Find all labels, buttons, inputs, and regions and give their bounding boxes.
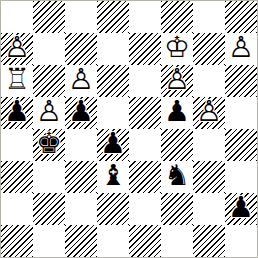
square-f1[interactable] bbox=[161, 225, 193, 257]
black-pawn-h2[interactable]: ♟♟ bbox=[225, 193, 257, 225]
pawn-icon: ♙ bbox=[68, 65, 94, 94]
black-bishop-d3[interactable]: ♝♝ bbox=[97, 161, 129, 193]
square-f5[interactable]: ♟♟ bbox=[161, 97, 193, 129]
pawn-icon: ♟ bbox=[100, 129, 126, 158]
pawn-icon: ♙ bbox=[36, 97, 62, 126]
black-pawn-f5[interactable]: ♟♟ bbox=[161, 97, 193, 129]
chess-board: ♟♙♚♔♟♙♜♖♟♙♟♙♟♟♟♙♟♟♟♟♟♙♚♚♟♟♝♝♞♞♟♟ bbox=[0, 0, 258, 258]
square-d1[interactable] bbox=[97, 225, 129, 257]
square-d7[interactable] bbox=[97, 33, 129, 65]
square-a4[interactable] bbox=[1, 129, 33, 161]
white-pawn-f6[interactable]: ♟♙ bbox=[161, 65, 193, 97]
square-c8[interactable] bbox=[65, 1, 97, 33]
white-pawn-h7[interactable]: ♟♙ bbox=[225, 33, 257, 65]
square-f8[interactable] bbox=[161, 1, 193, 33]
rook-icon: ♖ bbox=[4, 65, 30, 94]
black-pawn-d4[interactable]: ♟♟ bbox=[97, 129, 129, 161]
square-h8[interactable] bbox=[225, 1, 257, 33]
square-b7[interactable] bbox=[33, 33, 65, 65]
square-b2[interactable] bbox=[33, 193, 65, 225]
square-g2[interactable] bbox=[193, 193, 225, 225]
square-a1[interactable] bbox=[1, 225, 33, 257]
square-f4[interactable] bbox=[161, 129, 193, 161]
square-c5[interactable]: ♟♟ bbox=[65, 97, 97, 129]
white-pawn-c6[interactable]: ♟♙ bbox=[65, 65, 97, 97]
pawn-icon: ♙ bbox=[228, 33, 254, 62]
black-king-b4[interactable]: ♚♚ bbox=[33, 129, 65, 161]
square-c3[interactable] bbox=[65, 161, 97, 193]
square-a6[interactable]: ♜♖ bbox=[1, 65, 33, 97]
square-d6[interactable] bbox=[97, 65, 129, 97]
white-pawn-b5[interactable]: ♟♙ bbox=[33, 97, 65, 129]
square-c7[interactable] bbox=[65, 33, 97, 65]
square-a3[interactable] bbox=[1, 161, 33, 193]
square-h2[interactable]: ♟♟ bbox=[225, 193, 257, 225]
pawn-icon: ♟ bbox=[228, 193, 254, 222]
square-g1[interactable] bbox=[193, 225, 225, 257]
square-b8[interactable] bbox=[33, 1, 65, 33]
pawn-icon: ♙ bbox=[4, 33, 30, 62]
bishop-icon: ♝ bbox=[100, 161, 126, 190]
pawn-icon: ♟ bbox=[164, 97, 190, 126]
pawn-icon: ♟ bbox=[68, 97, 94, 126]
square-h4[interactable] bbox=[225, 129, 257, 161]
square-g5[interactable]: ♟♙ bbox=[193, 97, 225, 129]
square-d8[interactable] bbox=[97, 1, 129, 33]
square-b4[interactable]: ♚♚ bbox=[33, 129, 65, 161]
square-f6[interactable]: ♟♙ bbox=[161, 65, 193, 97]
square-a2[interactable] bbox=[1, 193, 33, 225]
pawn-icon: ♙ bbox=[196, 97, 222, 126]
white-pawn-g5[interactable]: ♟♙ bbox=[193, 97, 225, 129]
square-h3[interactable] bbox=[225, 161, 257, 193]
square-c4[interactable] bbox=[65, 129, 97, 161]
black-knight-f3[interactable]: ♞♞ bbox=[161, 161, 193, 193]
square-a7[interactable]: ♟♙ bbox=[1, 33, 33, 65]
white-rook-a6[interactable]: ♜♖ bbox=[1, 65, 33, 97]
black-pawn-a5[interactable]: ♟♟ bbox=[1, 97, 33, 129]
square-e5[interactable] bbox=[129, 97, 161, 129]
square-b5[interactable]: ♟♙ bbox=[33, 97, 65, 129]
square-b3[interactable] bbox=[33, 161, 65, 193]
square-e3[interactable] bbox=[129, 161, 161, 193]
square-g7[interactable] bbox=[193, 33, 225, 65]
black-pawn-c5[interactable]: ♟♟ bbox=[65, 97, 97, 129]
square-h5[interactable] bbox=[225, 97, 257, 129]
square-d4[interactable]: ♟♟ bbox=[97, 129, 129, 161]
square-c1[interactable] bbox=[65, 225, 97, 257]
square-g6[interactable] bbox=[193, 65, 225, 97]
square-e4[interactable] bbox=[129, 129, 161, 161]
square-e7[interactable] bbox=[129, 33, 161, 65]
square-b6[interactable] bbox=[33, 65, 65, 97]
square-e2[interactable] bbox=[129, 193, 161, 225]
square-b1[interactable] bbox=[33, 225, 65, 257]
king-icon: ♔ bbox=[164, 33, 190, 62]
pawn-icon: ♟ bbox=[4, 97, 30, 126]
square-h1[interactable] bbox=[225, 225, 257, 257]
pawn-icon: ♙ bbox=[164, 65, 190, 94]
square-g8[interactable] bbox=[193, 1, 225, 33]
square-a8[interactable] bbox=[1, 1, 33, 33]
square-f3[interactable]: ♞♞ bbox=[161, 161, 193, 193]
square-f2[interactable] bbox=[161, 193, 193, 225]
square-e1[interactable] bbox=[129, 225, 161, 257]
square-g4[interactable] bbox=[193, 129, 225, 161]
white-pawn-a7[interactable]: ♟♙ bbox=[1, 33, 33, 65]
white-king-f7[interactable]: ♚♔ bbox=[161, 33, 193, 65]
square-d3[interactable]: ♝♝ bbox=[97, 161, 129, 193]
square-d2[interactable] bbox=[97, 193, 129, 225]
square-h7[interactable]: ♟♙ bbox=[225, 33, 257, 65]
square-g3[interactable] bbox=[193, 161, 225, 193]
square-e8[interactable] bbox=[129, 1, 161, 33]
square-c6[interactable]: ♟♙ bbox=[65, 65, 97, 97]
square-a5[interactable]: ♟♟ bbox=[1, 97, 33, 129]
king-icon: ♚ bbox=[36, 129, 62, 158]
square-h6[interactable] bbox=[225, 65, 257, 97]
knight-icon: ♞ bbox=[164, 161, 190, 190]
square-e6[interactable] bbox=[129, 65, 161, 97]
square-f7[interactable]: ♚♔ bbox=[161, 33, 193, 65]
square-c2[interactable] bbox=[65, 193, 97, 225]
square-d5[interactable] bbox=[97, 97, 129, 129]
